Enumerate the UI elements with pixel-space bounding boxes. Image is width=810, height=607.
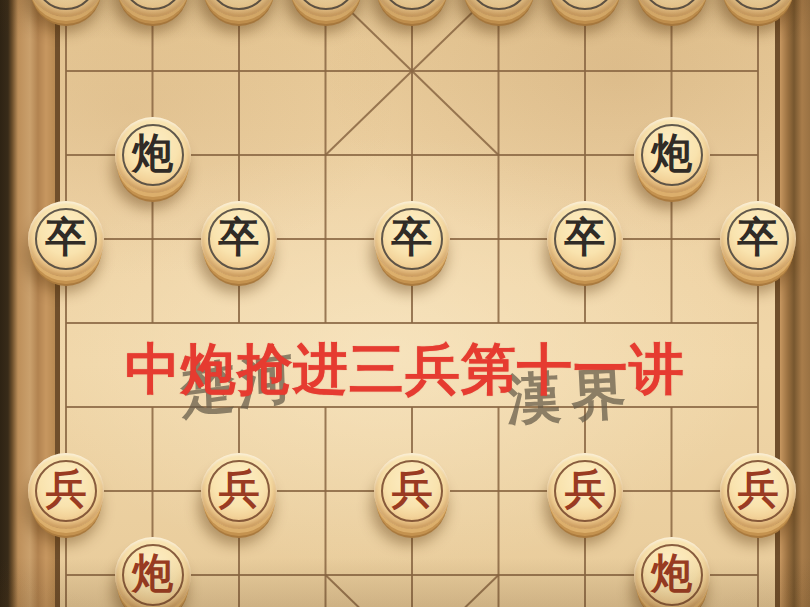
- piece-black-horse[interactable]: 馬: [634, 0, 710, 17]
- piece-character: 兵: [565, 469, 606, 510]
- piece-character: 兵: [392, 469, 433, 510]
- piece-black-soldier[interactable]: 卒: [720, 201, 796, 277]
- piece-black-cannon[interactable]: 炮: [115, 117, 191, 193]
- piece-black-general[interactable]: 將: [374, 0, 450, 17]
- piece-black-soldier[interactable]: 卒: [547, 201, 623, 277]
- piece-black-horse[interactable]: 馬: [115, 0, 191, 17]
- piece-black-soldier[interactable]: 卒: [201, 201, 277, 277]
- piece-red-cannon[interactable]: 炮: [115, 537, 191, 607]
- piece-red-soldier[interactable]: 兵: [720, 453, 796, 529]
- piece-black-elephant[interactable]: 象: [201, 0, 277, 17]
- piece-black-soldier[interactable]: 卒: [374, 201, 450, 277]
- piece-black-soldier[interactable]: 卒: [28, 201, 104, 277]
- piece-black-advisor[interactable]: 士: [461, 0, 537, 17]
- piece-character: 兵: [738, 469, 779, 510]
- piece-character: 炮: [651, 133, 692, 174]
- piece-character: 炮: [651, 553, 692, 594]
- piece-black-advisor[interactable]: 士: [288, 0, 364, 17]
- pieces-layer: 車馬象士將士象馬車炮炮卒卒卒卒卒兵兵兵兵炮炮兵: [0, 0, 810, 607]
- piece-character: 炮: [132, 553, 173, 594]
- piece-red-soldier[interactable]: 兵: [547, 453, 623, 529]
- piece-red-cannon[interactable]: 炮: [634, 537, 710, 607]
- piece-character: 兵: [46, 469, 87, 510]
- piece-character: 卒: [565, 217, 606, 258]
- piece-character: 兵: [219, 469, 260, 510]
- piece-character: 炮: [132, 133, 173, 174]
- piece-red-soldier[interactable]: 兵: [28, 453, 104, 529]
- piece-black-cannon[interactable]: 炮: [634, 117, 710, 193]
- piece-red-soldier[interactable]: 兵: [201, 453, 277, 529]
- lesson-title-overlay: 中炮抢进三兵第十一讲: [125, 333, 685, 407]
- piece-character: 卒: [738, 217, 779, 258]
- piece-red-soldier[interactable]: 兵: [374, 453, 450, 529]
- piece-black-chariot[interactable]: 車: [28, 0, 104, 17]
- piece-character: 卒: [219, 217, 260, 258]
- piece-character: 卒: [46, 217, 87, 258]
- piece-character: 卒: [392, 217, 433, 258]
- piece-black-chariot[interactable]: 車: [720, 0, 796, 17]
- piece-black-elephant[interactable]: 象: [547, 0, 623, 17]
